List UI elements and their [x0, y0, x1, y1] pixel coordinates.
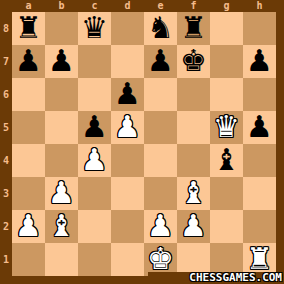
square-e6[interactable] [144, 78, 177, 111]
piece-black-pawn-a7[interactable]: ♟ [15, 46, 42, 76]
piece-white-bishop-f3[interactable]: ♝ [180, 178, 207, 208]
piece-black-rook-a8[interactable]: ♜ [15, 13, 42, 43]
square-d4[interactable] [111, 144, 144, 177]
piece-black-rook-f8[interactable]: ♜ [180, 13, 207, 43]
square-a7[interactable]: ♟ [12, 45, 45, 78]
square-d6[interactable]: ♟ [111, 78, 144, 111]
square-g8[interactable] [210, 12, 243, 45]
piece-white-pawn-d5[interactable]: ♟ [114, 112, 141, 142]
square-a6[interactable] [12, 78, 45, 111]
square-b1[interactable] [45, 243, 78, 276]
square-g6[interactable] [210, 78, 243, 111]
square-b3[interactable]: ♟ [45, 177, 78, 210]
file-labels: abcdefgh [12, 0, 276, 12]
square-c8[interactable]: ♛ [78, 12, 111, 45]
piece-black-pawn-h5[interactable]: ♟ [246, 112, 273, 142]
square-b5[interactable] [45, 111, 78, 144]
square-d2[interactable] [111, 210, 144, 243]
square-c4[interactable]: ♟ [78, 144, 111, 177]
rank-label-2: 2 [0, 210, 12, 243]
rank-label-4: 4 [0, 144, 12, 177]
rank-label-3: 3 [0, 177, 12, 210]
piece-black-pawn-h7[interactable]: ♟ [246, 46, 273, 76]
square-g3[interactable] [210, 177, 243, 210]
piece-white-pawn-c4[interactable]: ♟ [81, 145, 108, 175]
square-c7[interactable] [78, 45, 111, 78]
square-a4[interactable] [12, 144, 45, 177]
square-a8[interactable]: ♜ [12, 12, 45, 45]
square-c6[interactable] [78, 78, 111, 111]
square-e3[interactable] [144, 177, 177, 210]
rank-label-8: 8 [0, 12, 12, 45]
square-a2[interactable]: ♟ [12, 210, 45, 243]
square-d1[interactable] [111, 243, 144, 276]
piece-black-queen-c8[interactable]: ♛ [81, 13, 108, 43]
piece-white-pawn-b3[interactable]: ♟ [48, 178, 75, 208]
piece-black-pawn-d6[interactable]: ♟ [114, 79, 141, 109]
piece-white-pawn-e2[interactable]: ♟ [147, 211, 174, 241]
piece-black-pawn-b7[interactable]: ♟ [48, 46, 75, 76]
square-d7[interactable] [111, 45, 144, 78]
square-g4[interactable]: ♝ [210, 144, 243, 177]
file-label-h: h [243, 0, 276, 12]
square-b8[interactable] [45, 12, 78, 45]
square-f6[interactable] [177, 78, 210, 111]
piece-black-bishop-g4[interactable]: ♝ [213, 145, 240, 175]
chessgames-watermark: CHESSGAMES.COM [148, 272, 284, 284]
rank-label-7: 7 [0, 45, 12, 78]
square-h7[interactable]: ♟ [243, 45, 276, 78]
piece-white-bishop-b2[interactable]: ♝ [48, 211, 75, 241]
square-h4[interactable] [243, 144, 276, 177]
rank-label-1: 1 [0, 243, 12, 276]
file-label-g: g [210, 0, 243, 12]
square-a1[interactable] [12, 243, 45, 276]
square-f4[interactable] [177, 144, 210, 177]
square-f2[interactable]: ♟ [177, 210, 210, 243]
square-b4[interactable] [45, 144, 78, 177]
square-g2[interactable] [210, 210, 243, 243]
file-label-d: d [111, 0, 144, 12]
piece-white-rook-h1[interactable]: ♜ [246, 244, 273, 274]
square-f8[interactable]: ♜ [177, 12, 210, 45]
piece-black-pawn-e7[interactable]: ♟ [147, 46, 174, 76]
piece-white-pawn-f2[interactable]: ♟ [180, 211, 207, 241]
square-a5[interactable] [12, 111, 45, 144]
square-g5[interactable]: ♛ [210, 111, 243, 144]
piece-white-king-e1[interactable]: ♚ [147, 244, 174, 274]
square-h5[interactable]: ♟ [243, 111, 276, 144]
square-b2[interactable]: ♝ [45, 210, 78, 243]
square-e8[interactable]: ♞ [144, 12, 177, 45]
rank-labels: 87654321 [0, 12, 12, 276]
square-c3[interactable] [78, 177, 111, 210]
piece-black-king-f7[interactable]: ♚ [180, 46, 207, 76]
square-b6[interactable] [45, 78, 78, 111]
rank-label-6: 6 [0, 78, 12, 111]
square-h6[interactable] [243, 78, 276, 111]
chessgames-watermark-text: CHESSGAMES.COM [189, 272, 284, 284]
chess-board-diagram: abcdefgh 87654321 ♜♛♞♜♟♟♟♚♟♟♟♟♛♟♟♝♟♝♟♝♟♟… [0, 0, 284, 284]
square-e4[interactable] [144, 144, 177, 177]
square-h3[interactable] [243, 177, 276, 210]
square-a3[interactable] [12, 177, 45, 210]
square-d3[interactable] [111, 177, 144, 210]
piece-black-knight-e8[interactable]: ♞ [147, 13, 174, 43]
square-c5[interactable]: ♟ [78, 111, 111, 144]
piece-white-pawn-a2[interactable]: ♟ [15, 211, 42, 241]
square-d8[interactable] [111, 12, 144, 45]
chess-board: ♜♛♞♜♟♟♟♚♟♟♟♟♛♟♟♝♟♝♟♝♟♟♚♜ [12, 12, 276, 276]
square-e7[interactable]: ♟ [144, 45, 177, 78]
square-h8[interactable] [243, 12, 276, 45]
square-e2[interactable]: ♟ [144, 210, 177, 243]
square-c2[interactable] [78, 210, 111, 243]
square-e5[interactable] [144, 111, 177, 144]
square-g7[interactable] [210, 45, 243, 78]
rank-label-5: 5 [0, 111, 12, 144]
square-f7[interactable]: ♚ [177, 45, 210, 78]
square-d5[interactable]: ♟ [111, 111, 144, 144]
square-b7[interactable]: ♟ [45, 45, 78, 78]
piece-black-pawn-c5[interactable]: ♟ [81, 112, 108, 142]
piece-white-queen-g5[interactable]: ♛ [213, 112, 240, 142]
square-c1[interactable] [78, 243, 111, 276]
square-f5[interactable] [177, 111, 210, 144]
square-f3[interactable]: ♝ [177, 177, 210, 210]
file-label-b: b [45, 0, 78, 12]
square-h2[interactable] [243, 210, 276, 243]
